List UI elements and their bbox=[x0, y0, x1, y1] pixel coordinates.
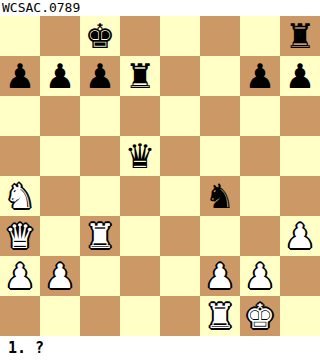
square-c8[interactable]: ♚ bbox=[80, 16, 120, 56]
piece-black-king[interactable]: ♚ bbox=[85, 16, 115, 56]
square-h7[interactable]: ♟ bbox=[280, 56, 320, 96]
square-a6[interactable] bbox=[0, 96, 40, 136]
piece-white-queen[interactable]: ♛ bbox=[5, 216, 35, 256]
square-f5[interactable] bbox=[200, 136, 240, 176]
square-b6[interactable] bbox=[40, 96, 80, 136]
square-a2[interactable]: ♟ bbox=[0, 256, 40, 296]
piece-white-pawn[interactable]: ♟ bbox=[205, 256, 235, 296]
square-d6[interactable] bbox=[120, 96, 160, 136]
square-d7[interactable]: ♜ bbox=[120, 56, 160, 96]
square-h3[interactable]: ♟ bbox=[280, 216, 320, 256]
square-e6[interactable] bbox=[160, 96, 200, 136]
square-b3[interactable] bbox=[40, 216, 80, 256]
square-b2[interactable]: ♟ bbox=[40, 256, 80, 296]
square-b7[interactable]: ♟ bbox=[40, 56, 80, 96]
square-c2[interactable] bbox=[80, 256, 120, 296]
square-d4[interactable] bbox=[120, 176, 160, 216]
piece-white-rook[interactable]: ♜ bbox=[205, 296, 235, 336]
square-a4[interactable]: ♞ bbox=[0, 176, 40, 216]
square-e7[interactable] bbox=[160, 56, 200, 96]
square-h5[interactable] bbox=[280, 136, 320, 176]
piece-black-queen[interactable]: ♛ bbox=[125, 136, 155, 176]
square-e8[interactable] bbox=[160, 16, 200, 56]
square-b1[interactable] bbox=[40, 296, 80, 336]
square-g7[interactable]: ♟ bbox=[240, 56, 280, 96]
square-a5[interactable] bbox=[0, 136, 40, 176]
square-c3[interactable]: ♜ bbox=[80, 216, 120, 256]
square-g5[interactable] bbox=[240, 136, 280, 176]
piece-black-knight[interactable]: ♞ bbox=[205, 176, 235, 216]
piece-black-pawn[interactable]: ♟ bbox=[245, 56, 275, 96]
square-b8[interactable] bbox=[40, 16, 80, 56]
piece-black-rook[interactable]: ♜ bbox=[285, 16, 315, 56]
square-g4[interactable] bbox=[240, 176, 280, 216]
square-e4[interactable] bbox=[160, 176, 200, 216]
piece-black-rook[interactable]: ♜ bbox=[125, 56, 155, 96]
square-h4[interactable] bbox=[280, 176, 320, 216]
square-f7[interactable] bbox=[200, 56, 240, 96]
piece-black-pawn[interactable]: ♟ bbox=[45, 56, 75, 96]
piece-black-pawn[interactable]: ♟ bbox=[85, 56, 115, 96]
piece-white-rook[interactable]: ♜ bbox=[85, 216, 115, 256]
chess-board: ♚♜♟♟♟♜♟♟♛♞♞♛♜♟♟♟♟♟♜♚ bbox=[0, 16, 320, 336]
square-g6[interactable] bbox=[240, 96, 280, 136]
square-g2[interactable]: ♟ bbox=[240, 256, 280, 296]
piece-white-pawn[interactable]: ♟ bbox=[245, 256, 275, 296]
square-b4[interactable] bbox=[40, 176, 80, 216]
square-a7[interactable]: ♟ bbox=[0, 56, 40, 96]
square-c4[interactable] bbox=[80, 176, 120, 216]
piece-white-pawn[interactable]: ♟ bbox=[5, 256, 35, 296]
piece-black-pawn[interactable]: ♟ bbox=[5, 56, 35, 96]
square-h1[interactable] bbox=[280, 296, 320, 336]
square-e1[interactable] bbox=[160, 296, 200, 336]
piece-white-pawn[interactable]: ♟ bbox=[45, 256, 75, 296]
square-d3[interactable] bbox=[120, 216, 160, 256]
square-e3[interactable] bbox=[160, 216, 200, 256]
square-a3[interactable]: ♛ bbox=[0, 216, 40, 256]
square-h8[interactable]: ♜ bbox=[280, 16, 320, 56]
square-f1[interactable]: ♜ bbox=[200, 296, 240, 336]
square-c7[interactable]: ♟ bbox=[80, 56, 120, 96]
square-f8[interactable] bbox=[200, 16, 240, 56]
square-f2[interactable]: ♟ bbox=[200, 256, 240, 296]
piece-white-pawn[interactable]: ♟ bbox=[285, 216, 315, 256]
square-d5[interactable]: ♛ bbox=[120, 136, 160, 176]
square-d8[interactable] bbox=[120, 16, 160, 56]
square-a1[interactable] bbox=[0, 296, 40, 336]
square-h6[interactable] bbox=[280, 96, 320, 136]
square-g3[interactable] bbox=[240, 216, 280, 256]
square-b5[interactable] bbox=[40, 136, 80, 176]
square-c6[interactable] bbox=[80, 96, 120, 136]
square-c1[interactable] bbox=[80, 296, 120, 336]
square-e2[interactable] bbox=[160, 256, 200, 296]
piece-white-king[interactable]: ♚ bbox=[245, 296, 275, 336]
square-h2[interactable] bbox=[280, 256, 320, 296]
square-d2[interactable] bbox=[120, 256, 160, 296]
square-f4[interactable]: ♞ bbox=[200, 176, 240, 216]
square-a8[interactable] bbox=[0, 16, 40, 56]
square-g1[interactable]: ♚ bbox=[240, 296, 280, 336]
square-f3[interactable] bbox=[200, 216, 240, 256]
square-c5[interactable] bbox=[80, 136, 120, 176]
square-f6[interactable] bbox=[200, 96, 240, 136]
piece-black-pawn[interactable]: ♟ bbox=[285, 56, 315, 96]
square-g8[interactable] bbox=[240, 16, 280, 56]
move-prompt: 1. ? bbox=[0, 336, 320, 360]
puzzle-title: WCSAC.0789 bbox=[0, 0, 320, 16]
square-e5[interactable] bbox=[160, 136, 200, 176]
piece-white-knight[interactable]: ♞ bbox=[5, 176, 35, 216]
square-d1[interactable] bbox=[120, 296, 160, 336]
